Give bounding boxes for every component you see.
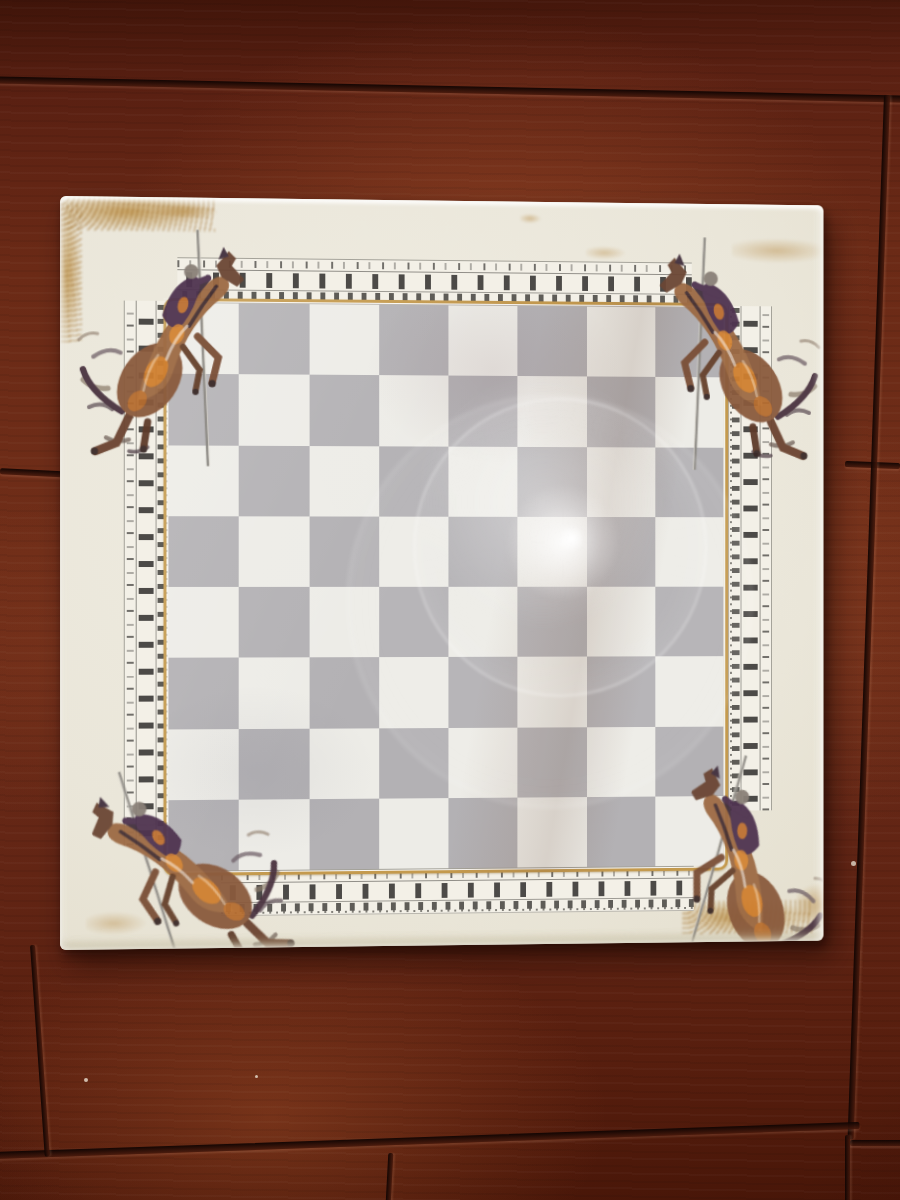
wood-groove-bottom-right-vertical — [845, 1135, 850, 1200]
square-g4[interactable] — [587, 587, 656, 657]
rust-stain-top — [156, 203, 219, 220]
square-d5[interactable] — [379, 516, 449, 587]
square-f3[interactable] — [518, 657, 587, 727]
wood-groove-right-vertical — [848, 95, 890, 1140]
wood-groove-bottom-right-segment — [850, 1140, 900, 1146]
square-b3[interactable] — [239, 658, 309, 729]
dust-speck — [851, 861, 856, 866]
square-g3[interactable] — [587, 657, 656, 727]
square-d6[interactable] — [379, 446, 449, 517]
dust-speck — [255, 1075, 258, 1078]
square-e7[interactable] — [448, 376, 517, 447]
square-a4[interactable] — [168, 587, 238, 658]
square-d4[interactable] — [379, 587, 449, 658]
knight-decoration-top-right — [601, 230, 823, 478]
square-f5[interactable] — [518, 517, 587, 587]
square-h4[interactable] — [655, 587, 723, 657]
square-a5[interactable] — [168, 516, 238, 587]
dust-speck — [84, 1078, 88, 1082]
square-c1[interactable] — [309, 798, 379, 869]
square-c7[interactable] — [309, 375, 379, 446]
square-c3[interactable] — [309, 657, 379, 728]
wood-groove-top — [0, 76, 900, 102]
square-f1[interactable] — [518, 797, 587, 868]
square-h3[interactable] — [655, 656, 723, 726]
square-h5[interactable] — [655, 517, 723, 587]
square-f6[interactable] — [518, 446, 587, 516]
square-c4[interactable] — [309, 587, 379, 658]
chess-board[interactable] — [60, 196, 823, 950]
square-e4[interactable] — [448, 587, 517, 657]
square-c6[interactable] — [309, 446, 379, 517]
square-d1[interactable] — [379, 798, 449, 869]
wood-groove-bottom-left-vertical — [30, 945, 50, 1157]
square-c5[interactable] — [309, 516, 379, 587]
square-d7[interactable] — [379, 375, 449, 446]
square-d8[interactable] — [379, 305, 449, 376]
square-e6[interactable] — [448, 446, 517, 516]
wood-groove-right-mid — [845, 461, 900, 469]
square-g5[interactable] — [587, 517, 656, 587]
square-a3[interactable] — [168, 658, 238, 729]
wood-groove-bottom — [0, 1122, 860, 1159]
square-b4[interactable] — [239, 587, 309, 658]
square-e3[interactable] — [448, 657, 517, 728]
knight-decoration-top-left — [74, 222, 304, 475]
square-d3[interactable] — [379, 657, 449, 728]
square-d2[interactable] — [379, 728, 449, 799]
square-f4[interactable] — [518, 587, 587, 657]
square-e8[interactable] — [448, 305, 517, 376]
square-f8[interactable] — [518, 306, 587, 377]
rust-spot — [520, 214, 541, 224]
square-e2[interactable] — [448, 727, 517, 798]
square-f7[interactable] — [518, 376, 587, 446]
square-b5[interactable] — [239, 516, 309, 587]
wood-groove-bottom-center-vertical — [386, 1153, 394, 1200]
square-e1[interactable] — [448, 797, 517, 868]
square-f2[interactable] — [518, 727, 587, 798]
square-c2[interactable] — [309, 728, 379, 799]
square-e5[interactable] — [448, 516, 517, 586]
square-c8[interactable] — [309, 304, 379, 375]
